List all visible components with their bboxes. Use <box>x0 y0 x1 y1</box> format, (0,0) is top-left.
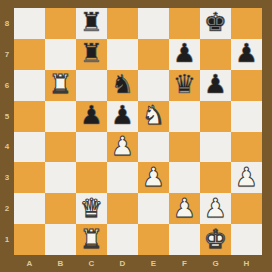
square-d6[interactable]: ♞ <box>107 70 138 101</box>
piece-white-rook[interactable]: ♜ <box>49 71 72 97</box>
square-a6[interactable] <box>14 70 45 101</box>
rank-label-3: 3 <box>0 162 14 193</box>
square-d4[interactable]: ♟ <box>107 132 138 163</box>
square-a5[interactable] <box>14 101 45 132</box>
square-d8[interactable] <box>107 8 138 39</box>
square-f7[interactable]: ♟ <box>169 39 200 70</box>
piece-white-pawn[interactable]: ♟ <box>111 133 134 159</box>
rank-label-5: 5 <box>0 101 14 132</box>
file-label-e: E <box>138 255 169 272</box>
square-a8[interactable] <box>14 8 45 39</box>
square-b1[interactable] <box>45 224 76 255</box>
file-label-d: D <box>107 255 138 272</box>
file-label-h: H <box>231 255 262 272</box>
square-g8[interactable]: ♚ <box>200 8 231 39</box>
square-e5[interactable]: ♞ <box>138 101 169 132</box>
square-b4[interactable] <box>45 132 76 163</box>
piece-black-pawn[interactable]: ♟ <box>173 40 196 66</box>
piece-black-rook[interactable]: ♜ <box>80 9 103 35</box>
file-label-c: C <box>76 255 107 272</box>
square-b6[interactable]: ♜ <box>45 70 76 101</box>
square-a7[interactable] <box>14 39 45 70</box>
square-c1[interactable]: ♜ <box>76 224 107 255</box>
square-a4[interactable] <box>14 132 45 163</box>
square-d3[interactable] <box>107 162 138 193</box>
square-h5[interactable] <box>231 101 262 132</box>
square-d7[interactable] <box>107 39 138 70</box>
square-e7[interactable] <box>138 39 169 70</box>
square-h6[interactable] <box>231 70 262 101</box>
square-a2[interactable] <box>14 193 45 224</box>
square-g6[interactable]: ♟ <box>200 70 231 101</box>
square-c4[interactable] <box>76 132 107 163</box>
square-e1[interactable] <box>138 224 169 255</box>
piece-black-king[interactable]: ♚ <box>204 9 227 35</box>
piece-white-pawn[interactable]: ♟ <box>173 195 196 221</box>
square-h8[interactable] <box>231 8 262 39</box>
piece-white-pawn[interactable]: ♟ <box>235 164 258 190</box>
square-f3[interactable] <box>169 162 200 193</box>
piece-white-rook[interactable]: ♜ <box>80 226 103 252</box>
piece-white-pawn[interactable]: ♟ <box>204 195 227 221</box>
square-h4[interactable] <box>231 132 262 163</box>
square-g1[interactable]: ♚ <box>200 224 231 255</box>
square-b8[interactable] <box>45 8 76 39</box>
square-e4[interactable] <box>138 132 169 163</box>
piece-white-king[interactable]: ♚ <box>204 226 227 252</box>
square-b5[interactable] <box>45 101 76 132</box>
square-b7[interactable] <box>45 39 76 70</box>
square-f4[interactable] <box>169 132 200 163</box>
square-h2[interactable] <box>231 193 262 224</box>
square-g4[interactable] <box>200 132 231 163</box>
board-frame: 87654321 ♜♚♜♟♟♜♞♛♟♟♟♞♟♟♟♛♟♟♜♚ ABCDEFGH <box>0 0 272 272</box>
file-labels: ABCDEFGH <box>14 255 262 272</box>
square-f6[interactable]: ♛ <box>169 70 200 101</box>
square-e3[interactable]: ♟ <box>138 162 169 193</box>
square-b3[interactable] <box>45 162 76 193</box>
square-h7[interactable]: ♟ <box>231 39 262 70</box>
square-c2[interactable]: ♛ <box>76 193 107 224</box>
square-g5[interactable] <box>200 101 231 132</box>
square-e8[interactable] <box>138 8 169 39</box>
chess-board[interactable]: ♜♚♜♟♟♜♞♛♟♟♟♞♟♟♟♛♟♟♜♚ <box>14 8 262 255</box>
rank-labels: 87654321 <box>0 8 14 255</box>
file-label-a: A <box>14 255 45 272</box>
piece-white-pawn[interactable]: ♟ <box>142 164 165 190</box>
piece-white-queen[interactable]: ♛ <box>80 195 103 221</box>
rank-label-1: 1 <box>0 224 14 255</box>
file-label-g: G <box>200 255 231 272</box>
square-a3[interactable] <box>14 162 45 193</box>
square-f1[interactable] <box>169 224 200 255</box>
square-f8[interactable] <box>169 8 200 39</box>
rank-label-8: 8 <box>0 8 14 39</box>
square-a1[interactable] <box>14 224 45 255</box>
square-d5[interactable]: ♟ <box>107 101 138 132</box>
square-e6[interactable] <box>138 70 169 101</box>
square-f2[interactable]: ♟ <box>169 193 200 224</box>
square-d1[interactable] <box>107 224 138 255</box>
square-b2[interactable] <box>45 193 76 224</box>
square-g3[interactable] <box>200 162 231 193</box>
square-c5[interactable]: ♟ <box>76 101 107 132</box>
square-h1[interactable] <box>231 224 262 255</box>
piece-black-knight[interactable]: ♞ <box>111 71 134 97</box>
rank-label-4: 4 <box>0 132 14 163</box>
square-c8[interactable]: ♜ <box>76 8 107 39</box>
square-c6[interactable] <box>76 70 107 101</box>
piece-black-pawn[interactable]: ♟ <box>111 102 134 128</box>
piece-black-queen[interactable]: ♛ <box>173 71 196 97</box>
square-c3[interactable] <box>76 162 107 193</box>
piece-black-rook[interactable]: ♜ <box>80 40 103 66</box>
piece-white-knight[interactable]: ♞ <box>142 102 165 128</box>
piece-black-pawn[interactable]: ♟ <box>80 102 103 128</box>
rank-label-6: 6 <box>0 70 14 101</box>
square-f5[interactable] <box>169 101 200 132</box>
square-g2[interactable]: ♟ <box>200 193 231 224</box>
file-label-b: B <box>45 255 76 272</box>
square-e2[interactable] <box>138 193 169 224</box>
file-label-f: F <box>169 255 200 272</box>
square-c7[interactable]: ♜ <box>76 39 107 70</box>
piece-black-pawn[interactable]: ♟ <box>204 71 227 97</box>
square-g7[interactable] <box>200 39 231 70</box>
rank-label-2: 2 <box>0 193 14 224</box>
square-h3[interactable]: ♟ <box>231 162 262 193</box>
square-d2[interactable] <box>107 193 138 224</box>
rank-label-7: 7 <box>0 39 14 70</box>
piece-black-pawn[interactable]: ♟ <box>235 40 258 66</box>
